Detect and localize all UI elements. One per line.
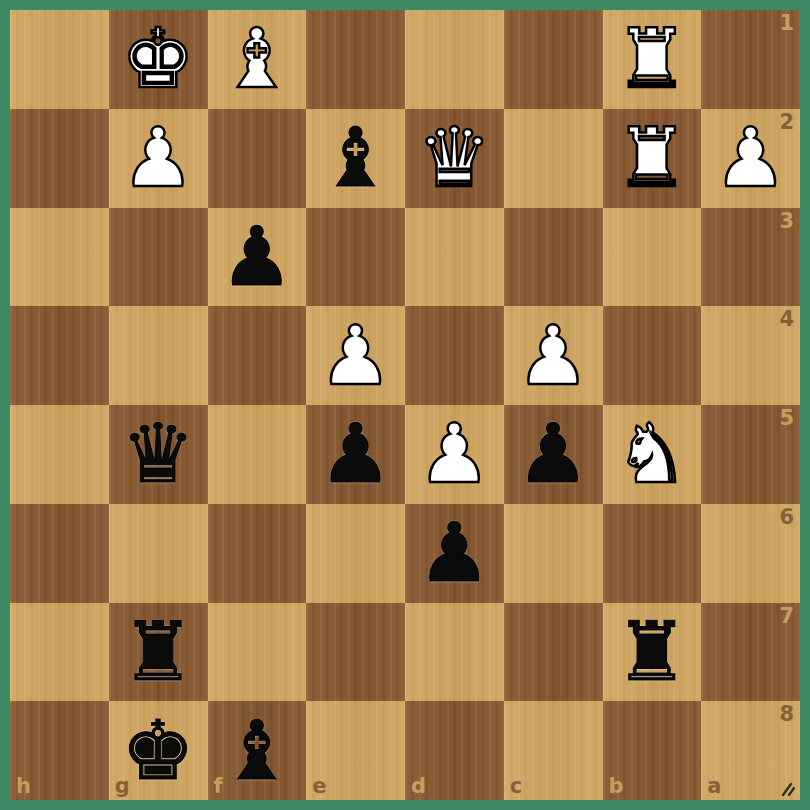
square-a6[interactable]: 6 — [701, 504, 800, 603]
black-pawn[interactable]: ♟ — [306, 405, 405, 504]
square-h7[interactable] — [10, 603, 109, 702]
square-h2[interactable] — [10, 109, 109, 208]
square-a7[interactable]: 7 — [701, 603, 800, 702]
square-f6[interactable] — [208, 504, 307, 603]
square-g6[interactable] — [109, 504, 208, 603]
square-h8[interactable]: h — [10, 701, 109, 800]
square-g7[interactable]: ♜ — [109, 603, 208, 702]
square-d7[interactable] — [405, 603, 504, 702]
square-b7[interactable]: ♜ — [603, 603, 702, 702]
black-rook[interactable]: ♜ — [603, 603, 702, 702]
black-rook[interactable]: ♜ — [109, 603, 208, 702]
file-label-h: h — [16, 776, 31, 797]
white-pawn[interactable]: ♟ — [405, 405, 504, 504]
square-g4[interactable] — [109, 306, 208, 405]
square-c4[interactable]: ♟ — [504, 306, 603, 405]
square-f4[interactable] — [208, 306, 307, 405]
square-f2[interactable] — [208, 109, 307, 208]
black-bishop[interactable]: ♝ — [208, 701, 307, 800]
square-e2[interactable]: ♝ — [306, 109, 405, 208]
square-c6[interactable] — [504, 504, 603, 603]
file-label-a: a — [707, 776, 721, 797]
square-d6[interactable]: ♟ — [405, 504, 504, 603]
white-pawn[interactable]: ♟ — [701, 109, 800, 208]
file-label-b: b — [609, 776, 624, 797]
square-e6[interactable] — [306, 504, 405, 603]
black-queen[interactable]: ♛ — [109, 405, 208, 504]
board-frame: ♚♝♜1♟♝♛♜2♟♟3♟♟4♛♟♟♟♞5♟6♜♜7hg♚f♝edcba8 — [0, 0, 810, 810]
square-e7[interactable] — [306, 603, 405, 702]
board-resize-handle-icon[interactable] — [779, 779, 797, 797]
white-pawn[interactable]: ♟ — [109, 109, 208, 208]
square-b3[interactable] — [603, 208, 702, 307]
square-b6[interactable] — [603, 504, 702, 603]
square-a5[interactable]: 5 — [701, 405, 800, 504]
square-c2[interactable] — [504, 109, 603, 208]
rank-label-1: 1 — [779, 13, 794, 34]
square-g2[interactable]: ♟ — [109, 109, 208, 208]
square-h4[interactable] — [10, 306, 109, 405]
square-e1[interactable] — [306, 10, 405, 109]
rank-label-3: 3 — [779, 211, 794, 232]
rank-label-8: 8 — [779, 704, 794, 725]
square-a1[interactable]: 1 — [701, 10, 800, 109]
white-pawn[interactable]: ♟ — [306, 306, 405, 405]
square-b8[interactable]: b — [603, 701, 702, 800]
square-c1[interactable] — [504, 10, 603, 109]
square-d3[interactable] — [405, 208, 504, 307]
white-rook[interactable]: ♜ — [603, 109, 702, 208]
white-bishop[interactable]: ♝ — [208, 10, 307, 109]
rank-label-5: 5 — [779, 408, 794, 429]
square-h3[interactable] — [10, 208, 109, 307]
square-h6[interactable] — [10, 504, 109, 603]
square-b5[interactable]: ♞ — [603, 405, 702, 504]
square-b2[interactable]: ♜ — [603, 109, 702, 208]
square-a3[interactable]: 3 — [701, 208, 800, 307]
rank-label-6: 6 — [779, 507, 794, 528]
square-b1[interactable]: ♜ — [603, 10, 702, 109]
square-c5[interactable]: ♟ — [504, 405, 603, 504]
white-queen[interactable]: ♛ — [405, 109, 504, 208]
square-a8[interactable]: a8 — [701, 701, 800, 800]
white-knight[interactable]: ♞ — [603, 405, 702, 504]
square-g8[interactable]: g♚ — [109, 701, 208, 800]
square-d2[interactable]: ♛ — [405, 109, 504, 208]
black-king[interactable]: ♚ — [109, 701, 208, 800]
square-g3[interactable] — [109, 208, 208, 307]
file-label-c: c — [510, 776, 522, 797]
file-label-d: d — [411, 776, 426, 797]
square-e5[interactable]: ♟ — [306, 405, 405, 504]
square-d4[interactable] — [405, 306, 504, 405]
square-c3[interactable] — [504, 208, 603, 307]
white-pawn[interactable]: ♟ — [504, 306, 603, 405]
square-d5[interactable]: ♟ — [405, 405, 504, 504]
white-rook[interactable]: ♜ — [603, 10, 702, 109]
square-e3[interactable] — [306, 208, 405, 307]
square-c8[interactable]: c — [504, 701, 603, 800]
square-f1[interactable]: ♝ — [208, 10, 307, 109]
square-h5[interactable] — [10, 405, 109, 504]
square-f5[interactable] — [208, 405, 307, 504]
square-f8[interactable]: f♝ — [208, 701, 307, 800]
chess-board: ♚♝♜1♟♝♛♜2♟♟3♟♟4♛♟♟♟♞5♟6♜♜7hg♚f♝edcba8 — [10, 10, 800, 800]
rank-label-7: 7 — [779, 606, 794, 627]
file-label-e: e — [312, 776, 326, 797]
square-c7[interactable] — [504, 603, 603, 702]
square-d1[interactable] — [405, 10, 504, 109]
white-king[interactable]: ♚ — [109, 10, 208, 109]
square-e4[interactable]: ♟ — [306, 306, 405, 405]
square-g5[interactable]: ♛ — [109, 405, 208, 504]
rank-label-4: 4 — [779, 309, 794, 330]
square-f7[interactable] — [208, 603, 307, 702]
black-pawn[interactable]: ♟ — [504, 405, 603, 504]
black-pawn[interactable]: ♟ — [208, 208, 307, 307]
square-g1[interactable]: ♚ — [109, 10, 208, 109]
square-h1[interactable] — [10, 10, 109, 109]
black-bishop[interactable]: ♝ — [306, 109, 405, 208]
black-pawn[interactable]: ♟ — [405, 504, 504, 603]
square-a4[interactable]: 4 — [701, 306, 800, 405]
square-f3[interactable]: ♟ — [208, 208, 307, 307]
square-e8[interactable]: e — [306, 701, 405, 800]
square-d8[interactable]: d — [405, 701, 504, 800]
square-b4[interactable] — [603, 306, 702, 405]
square-a2[interactable]: 2♟ — [701, 109, 800, 208]
